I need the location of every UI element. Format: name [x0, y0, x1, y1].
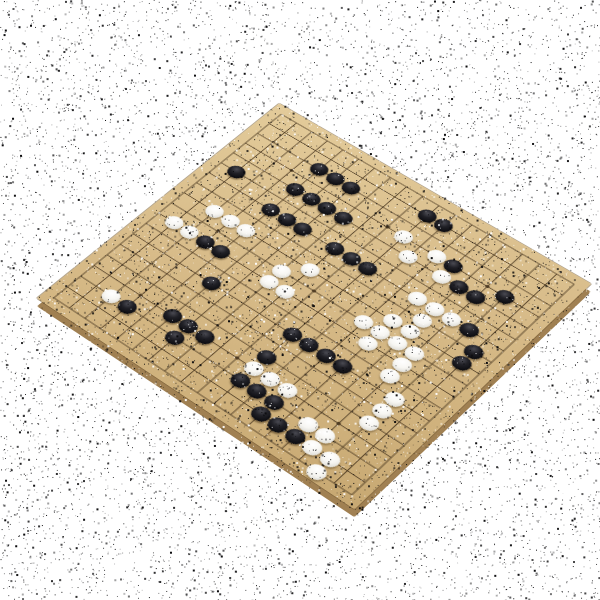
- white-stone: [401, 343, 429, 364]
- white-stone: [368, 400, 396, 421]
- white-stone: [428, 267, 455, 286]
- black-stone: [306, 161, 332, 179]
- black-stone: [431, 216, 457, 235]
- white-stone: [240, 358, 268, 379]
- white-stone: [272, 282, 299, 302]
- white-stone: [350, 312, 377, 332]
- white-stone: [311, 425, 339, 447]
- star-point: [289, 168, 295, 172]
- white-stone: [255, 272, 282, 291]
- white-stone: [390, 227, 416, 246]
- black-stone: [462, 288, 489, 308]
- star-point: [384, 225, 390, 229]
- black-stone: [414, 207, 440, 226]
- black-stone: [260, 392, 288, 413]
- white-stone: [217, 212, 243, 231]
- white-stone: [297, 261, 324, 280]
- black-stone: [322, 170, 348, 188]
- white-stone: [409, 310, 436, 330]
- white-stone: [379, 311, 406, 331]
- black-stone: [258, 201, 284, 219]
- black-stone: [191, 327, 218, 347]
- white-stone: [298, 437, 326, 459]
- black-stone: [208, 242, 234, 261]
- white-stone: [302, 460, 331, 482]
- black-stone: [298, 190, 324, 208]
- white-stone: [233, 221, 259, 240]
- go-board-wrapper: [118, 95, 510, 487]
- black-stone: [455, 320, 482, 340]
- black-stone: [175, 316, 202, 336]
- white-stone: [257, 369, 285, 390]
- black-stone: [440, 257, 467, 276]
- white-stone: [396, 321, 423, 341]
- black-stone: [281, 426, 309, 448]
- black-stone: [264, 414, 292, 436]
- white-stone: [381, 388, 409, 409]
- black-stone: [312, 345, 340, 366]
- go-grid: [37, 103, 591, 509]
- black-stone: [114, 297, 141, 317]
- black-stone: [354, 259, 381, 278]
- star-point: [138, 293, 144, 297]
- black-stone: [198, 273, 225, 292]
- white-stone: [354, 333, 381, 353]
- white-stone: [315, 448, 344, 470]
- black-stone: [445, 277, 472, 297]
- go-board: [37, 103, 591, 509]
- photo-noise-overlay: [0, 0, 600, 600]
- star-point: [311, 289, 317, 293]
- black-stone: [274, 210, 300, 229]
- black-stone: [460, 342, 488, 362]
- go-board-side-thickness: [37, 111, 591, 517]
- black-stone: [289, 220, 315, 239]
- white-stone: [438, 310, 465, 330]
- white-stone: [273, 380, 301, 401]
- white-stone: [294, 414, 322, 436]
- white-stone: [355, 412, 383, 434]
- black-stone: [282, 181, 308, 199]
- white-stone: [395, 248, 422, 267]
- black-stone: [224, 163, 250, 181]
- white-stone: [367, 322, 394, 342]
- black-stone: [243, 381, 271, 402]
- black-stone: [491, 287, 518, 307]
- star-point: [215, 229, 221, 233]
- black-stone: [227, 370, 255, 391]
- white-stone: [389, 355, 417, 376]
- black-stone: [247, 403, 275, 424]
- black-stone: [322, 239, 348, 258]
- star-point: [335, 421, 341, 426]
- white-stone: [161, 213, 187, 232]
- white-stone: [376, 366, 404, 387]
- black-stone: [253, 347, 281, 368]
- white-stone: [384, 333, 411, 353]
- black-stone: [329, 356, 357, 377]
- white-stone: [177, 223, 203, 242]
- black-stone: [314, 199, 340, 217]
- star-point: [234, 356, 240, 361]
- black-stone: [338, 249, 365, 268]
- white-stone: [202, 202, 228, 220]
- white-stone: [423, 247, 450, 266]
- black-stone: [330, 209, 356, 228]
- star-point: [412, 351, 418, 356]
- black-stone: [192, 233, 218, 252]
- black-stone: [448, 353, 476, 374]
- black-stone: [338, 179, 364, 197]
- white-stone: [404, 289, 431, 309]
- black-stone: [295, 335, 322, 355]
- white-stone: [268, 261, 295, 280]
- black-stone: [159, 306, 186, 326]
- star-point: [484, 284, 490, 288]
- black-stone: [279, 324, 306, 344]
- white-stone: [98, 287, 125, 307]
- photo-go-board-scene: [0, 0, 600, 600]
- white-stone: [421, 299, 448, 319]
- black-stone: [161, 328, 188, 348]
